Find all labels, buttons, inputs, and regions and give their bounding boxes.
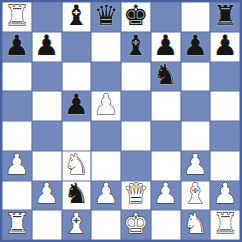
square-a3[interactable]: ♟ <box>2 151 32 181</box>
piece-black-pawn[interactable]: ♟ <box>183 32 208 60</box>
square-f1[interactable] <box>151 210 181 240</box>
square-f7[interactable]: ♟ <box>151 32 181 62</box>
square-d3[interactable] <box>91 151 121 181</box>
square-c1[interactable]: ♝ <box>62 210 92 240</box>
piece-white-knight[interactable]: ♞ <box>64 151 89 179</box>
square-e8[interactable]: ♚ <box>121 2 151 32</box>
square-e3[interactable] <box>121 151 151 181</box>
piece-white-pawn[interactable]: ♟ <box>34 180 59 208</box>
piece-black-king[interactable]: ♚ <box>123 2 148 30</box>
piece-white-bishop[interactable]: ♝ <box>183 180 208 208</box>
piece-black-queen[interactable]: ♛ <box>94 2 119 30</box>
piece-white-pawn[interactable]: ♟ <box>94 180 119 208</box>
square-e6[interactable] <box>121 62 151 92</box>
piece-black-pawn[interactable]: ♟ <box>64 91 89 119</box>
piece-black-bishop[interactable]: ♝ <box>64 2 89 30</box>
square-g6[interactable] <box>181 62 211 92</box>
piece-white-bishop[interactable]: ♝ <box>64 210 89 238</box>
square-d6[interactable] <box>91 62 121 92</box>
square-g1[interactable]: ♞ <box>181 210 211 240</box>
piece-black-rook[interactable]: ♜ <box>213 2 238 30</box>
square-g7[interactable]: ♟ <box>181 32 211 62</box>
piece-white-pawn[interactable]: ♟ <box>94 91 119 119</box>
square-b7[interactable]: ♟ <box>32 32 62 62</box>
square-c8[interactable]: ♝ <box>62 2 92 32</box>
square-b5[interactable] <box>32 91 62 121</box>
square-c4[interactable] <box>62 121 92 151</box>
square-b4[interactable] <box>32 121 62 151</box>
square-d5[interactable]: ♟ <box>91 91 121 121</box>
piece-white-rook[interactable]: ♜ <box>213 210 238 238</box>
piece-black-bishop[interactable]: ♝ <box>123 32 148 60</box>
square-e1[interactable]: ♚ <box>121 210 151 240</box>
square-a5[interactable] <box>2 91 32 121</box>
piece-black-knight[interactable]: ♞ <box>64 180 89 208</box>
square-a4[interactable] <box>2 121 32 151</box>
piece-black-pawn[interactable]: ♟ <box>4 32 29 60</box>
chess-board: ♜♝♛♚♜♟♟♝♟♟♟♞♟♟♟♞♟♟♞♟♛♟♝♟♜♝♚♞♜ <box>0 0 242 242</box>
square-d7[interactable] <box>91 32 121 62</box>
square-f4[interactable] <box>151 121 181 151</box>
square-c2[interactable]: ♞ <box>62 181 92 211</box>
piece-white-rook[interactable]: ♜ <box>4 210 29 238</box>
piece-white-king[interactable]: ♚ <box>123 210 148 238</box>
piece-white-pawn[interactable]: ♟ <box>153 180 178 208</box>
piece-black-knight[interactable]: ♞ <box>153 61 178 89</box>
piece-black-pawn[interactable]: ♟ <box>34 32 59 60</box>
square-a6[interactable] <box>2 62 32 92</box>
square-h2[interactable]: ♟ <box>210 181 240 211</box>
square-a8[interactable]: ♜ <box>2 2 32 32</box>
square-d4[interactable] <box>91 121 121 151</box>
square-e4[interactable] <box>121 121 151 151</box>
piece-black-pawn[interactable]: ♟ <box>153 32 178 60</box>
square-b6[interactable] <box>32 62 62 92</box>
piece-black-pawn[interactable]: ♟ <box>213 32 238 60</box>
square-h5[interactable] <box>210 91 240 121</box>
square-h3[interactable] <box>210 151 240 181</box>
square-b2[interactable]: ♟ <box>32 181 62 211</box>
piece-white-pawn[interactable]: ♟ <box>183 151 208 179</box>
square-e5[interactable] <box>121 91 151 121</box>
square-c3[interactable]: ♞ <box>62 151 92 181</box>
square-g8[interactable] <box>181 2 211 32</box>
square-h1[interactable]: ♜ <box>210 210 240 240</box>
square-e2[interactable]: ♛ <box>121 181 151 211</box>
square-f3[interactable] <box>151 151 181 181</box>
square-g3[interactable]: ♟ <box>181 151 211 181</box>
square-d1[interactable] <box>91 210 121 240</box>
piece-white-pawn[interactable]: ♟ <box>4 151 29 179</box>
square-g2[interactable]: ♝ <box>181 181 211 211</box>
piece-white-knight[interactable]: ♞ <box>183 210 208 238</box>
square-h6[interactable] <box>210 62 240 92</box>
square-d8[interactable]: ♛ <box>91 2 121 32</box>
square-g4[interactable] <box>181 121 211 151</box>
square-b1[interactable] <box>32 210 62 240</box>
square-h7[interactable]: ♟ <box>210 32 240 62</box>
square-a1[interactable]: ♜ <box>2 210 32 240</box>
piece-white-rook[interactable]: ♜ <box>4 2 29 30</box>
square-f8[interactable] <box>151 2 181 32</box>
square-h8[interactable]: ♜ <box>210 2 240 32</box>
square-b8[interactable] <box>32 2 62 32</box>
square-c5[interactable]: ♟ <box>62 91 92 121</box>
square-a2[interactable] <box>2 181 32 211</box>
square-f2[interactable]: ♟ <box>151 181 181 211</box>
piece-white-pawn[interactable]: ♟ <box>213 180 238 208</box>
square-c6[interactable] <box>62 62 92 92</box>
square-d2[interactable]: ♟ <box>91 181 121 211</box>
piece-white-queen[interactable]: ♛ <box>123 180 148 208</box>
square-e7[interactable]: ♝ <box>121 32 151 62</box>
square-c7[interactable] <box>62 32 92 62</box>
square-h4[interactable] <box>210 121 240 151</box>
square-a7[interactable]: ♟ <box>2 32 32 62</box>
square-f5[interactable] <box>151 91 181 121</box>
square-b3[interactable] <box>32 151 62 181</box>
square-g5[interactable] <box>181 91 211 121</box>
square-f6[interactable]: ♞ <box>151 62 181 92</box>
